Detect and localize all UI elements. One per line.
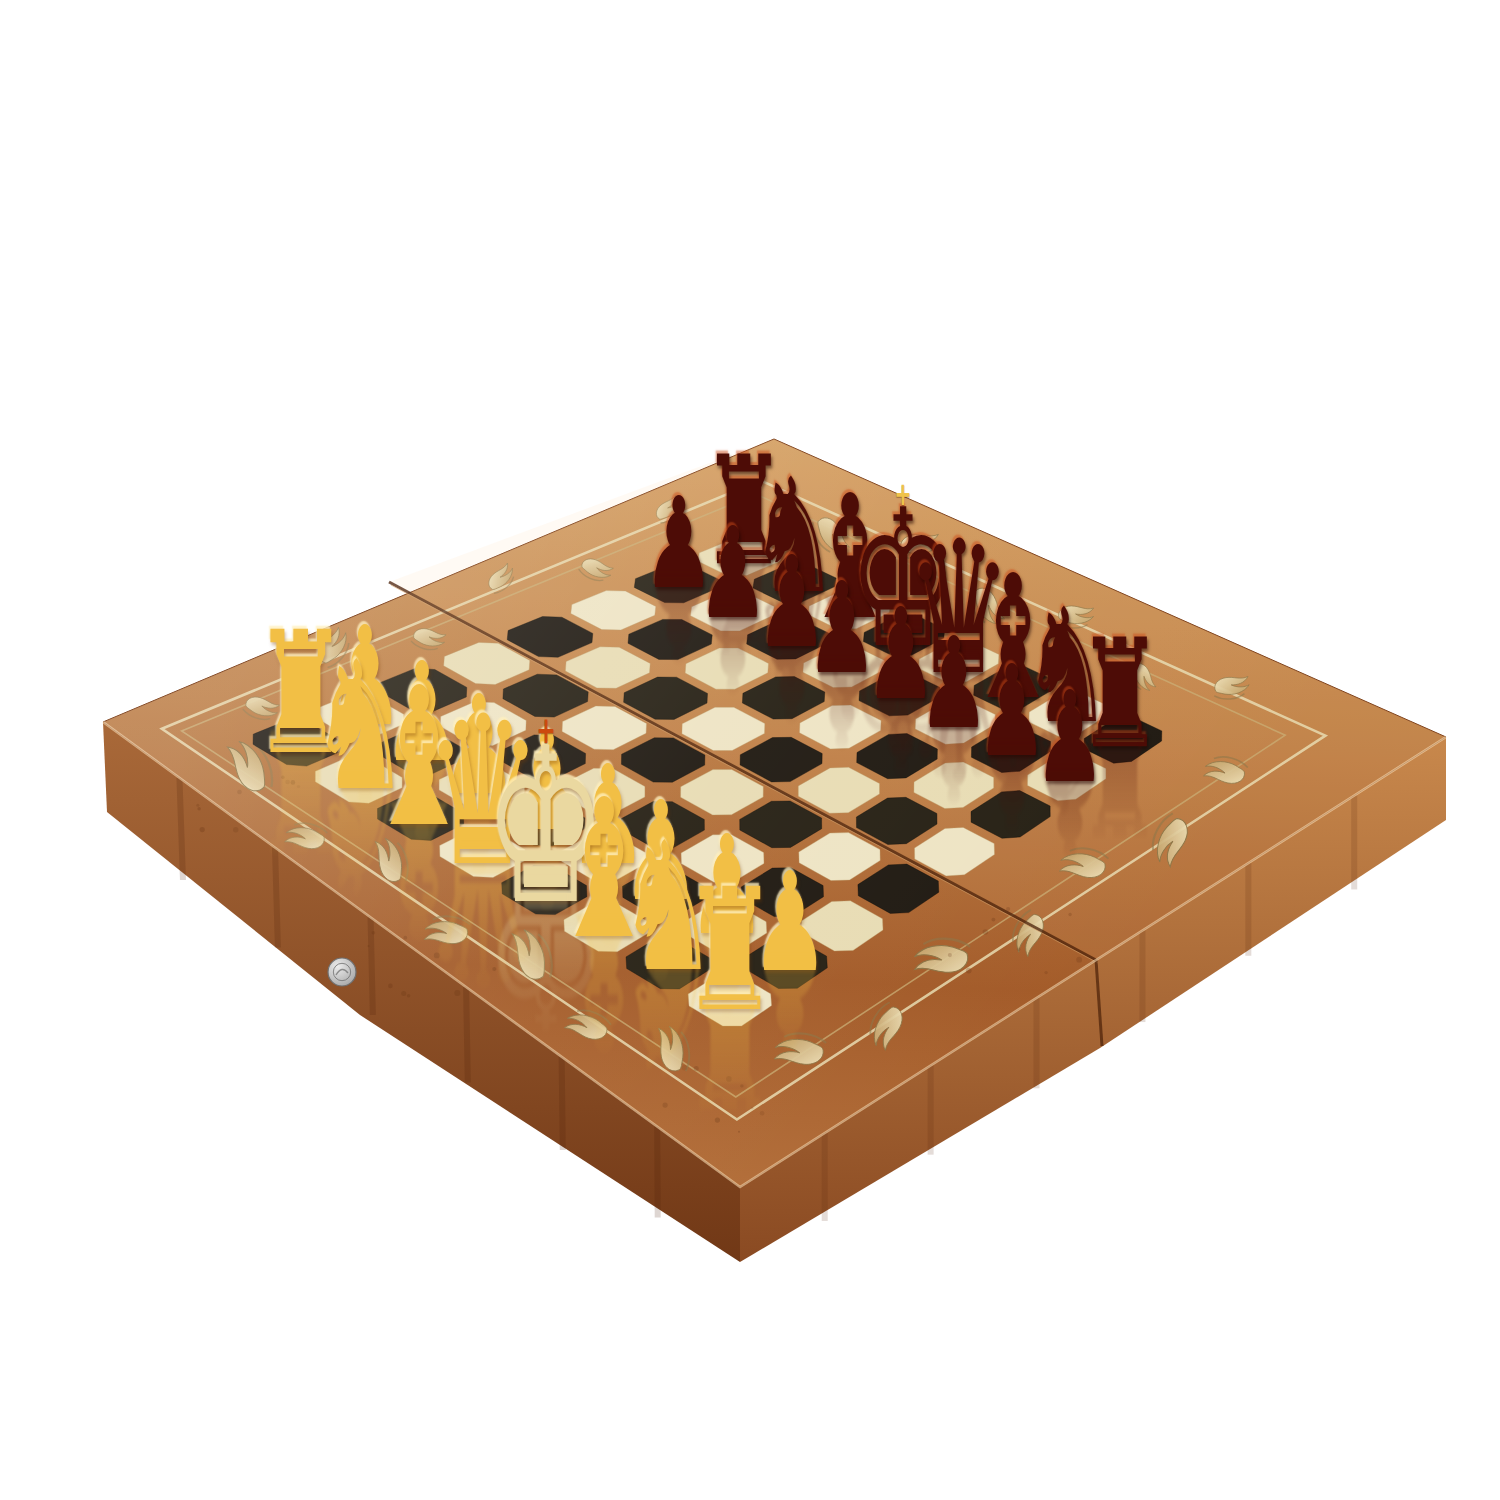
burl-speck: [196, 804, 199, 807]
latch-medallion: [328, 958, 356, 986]
burl-speck: [200, 827, 205, 832]
chess-case: [0, 0, 1500, 1500]
burl-speck: [233, 827, 238, 832]
burl-speck: [401, 991, 406, 996]
wood-grain-line: [179, 778, 183, 880]
burl-speck: [407, 994, 410, 997]
piece-black-pawn-h7[interactable]: ♟♟: [1034, 675, 1106, 801]
burl-speck: [388, 984, 393, 989]
piece-reflection: ♜: [681, 962, 778, 1131]
burl-speck: [197, 807, 200, 810]
wood-grain-line: [657, 1127, 658, 1218]
king-cross-finial: +: [536, 713, 556, 749]
product-photo-stage: ♜♜♟♟♞♞♝♝♟♟♚♚+♟♟♛♛♟♟♝♝♟♟♞♞♟♟♟♟♜♜♜♜♟♟♟♟♟♟♞…: [0, 0, 1500, 1500]
piece-reflection: ♟: [1034, 747, 1106, 873]
piece-white-rook-h1[interactable]: ♜♜: [681, 866, 778, 1035]
